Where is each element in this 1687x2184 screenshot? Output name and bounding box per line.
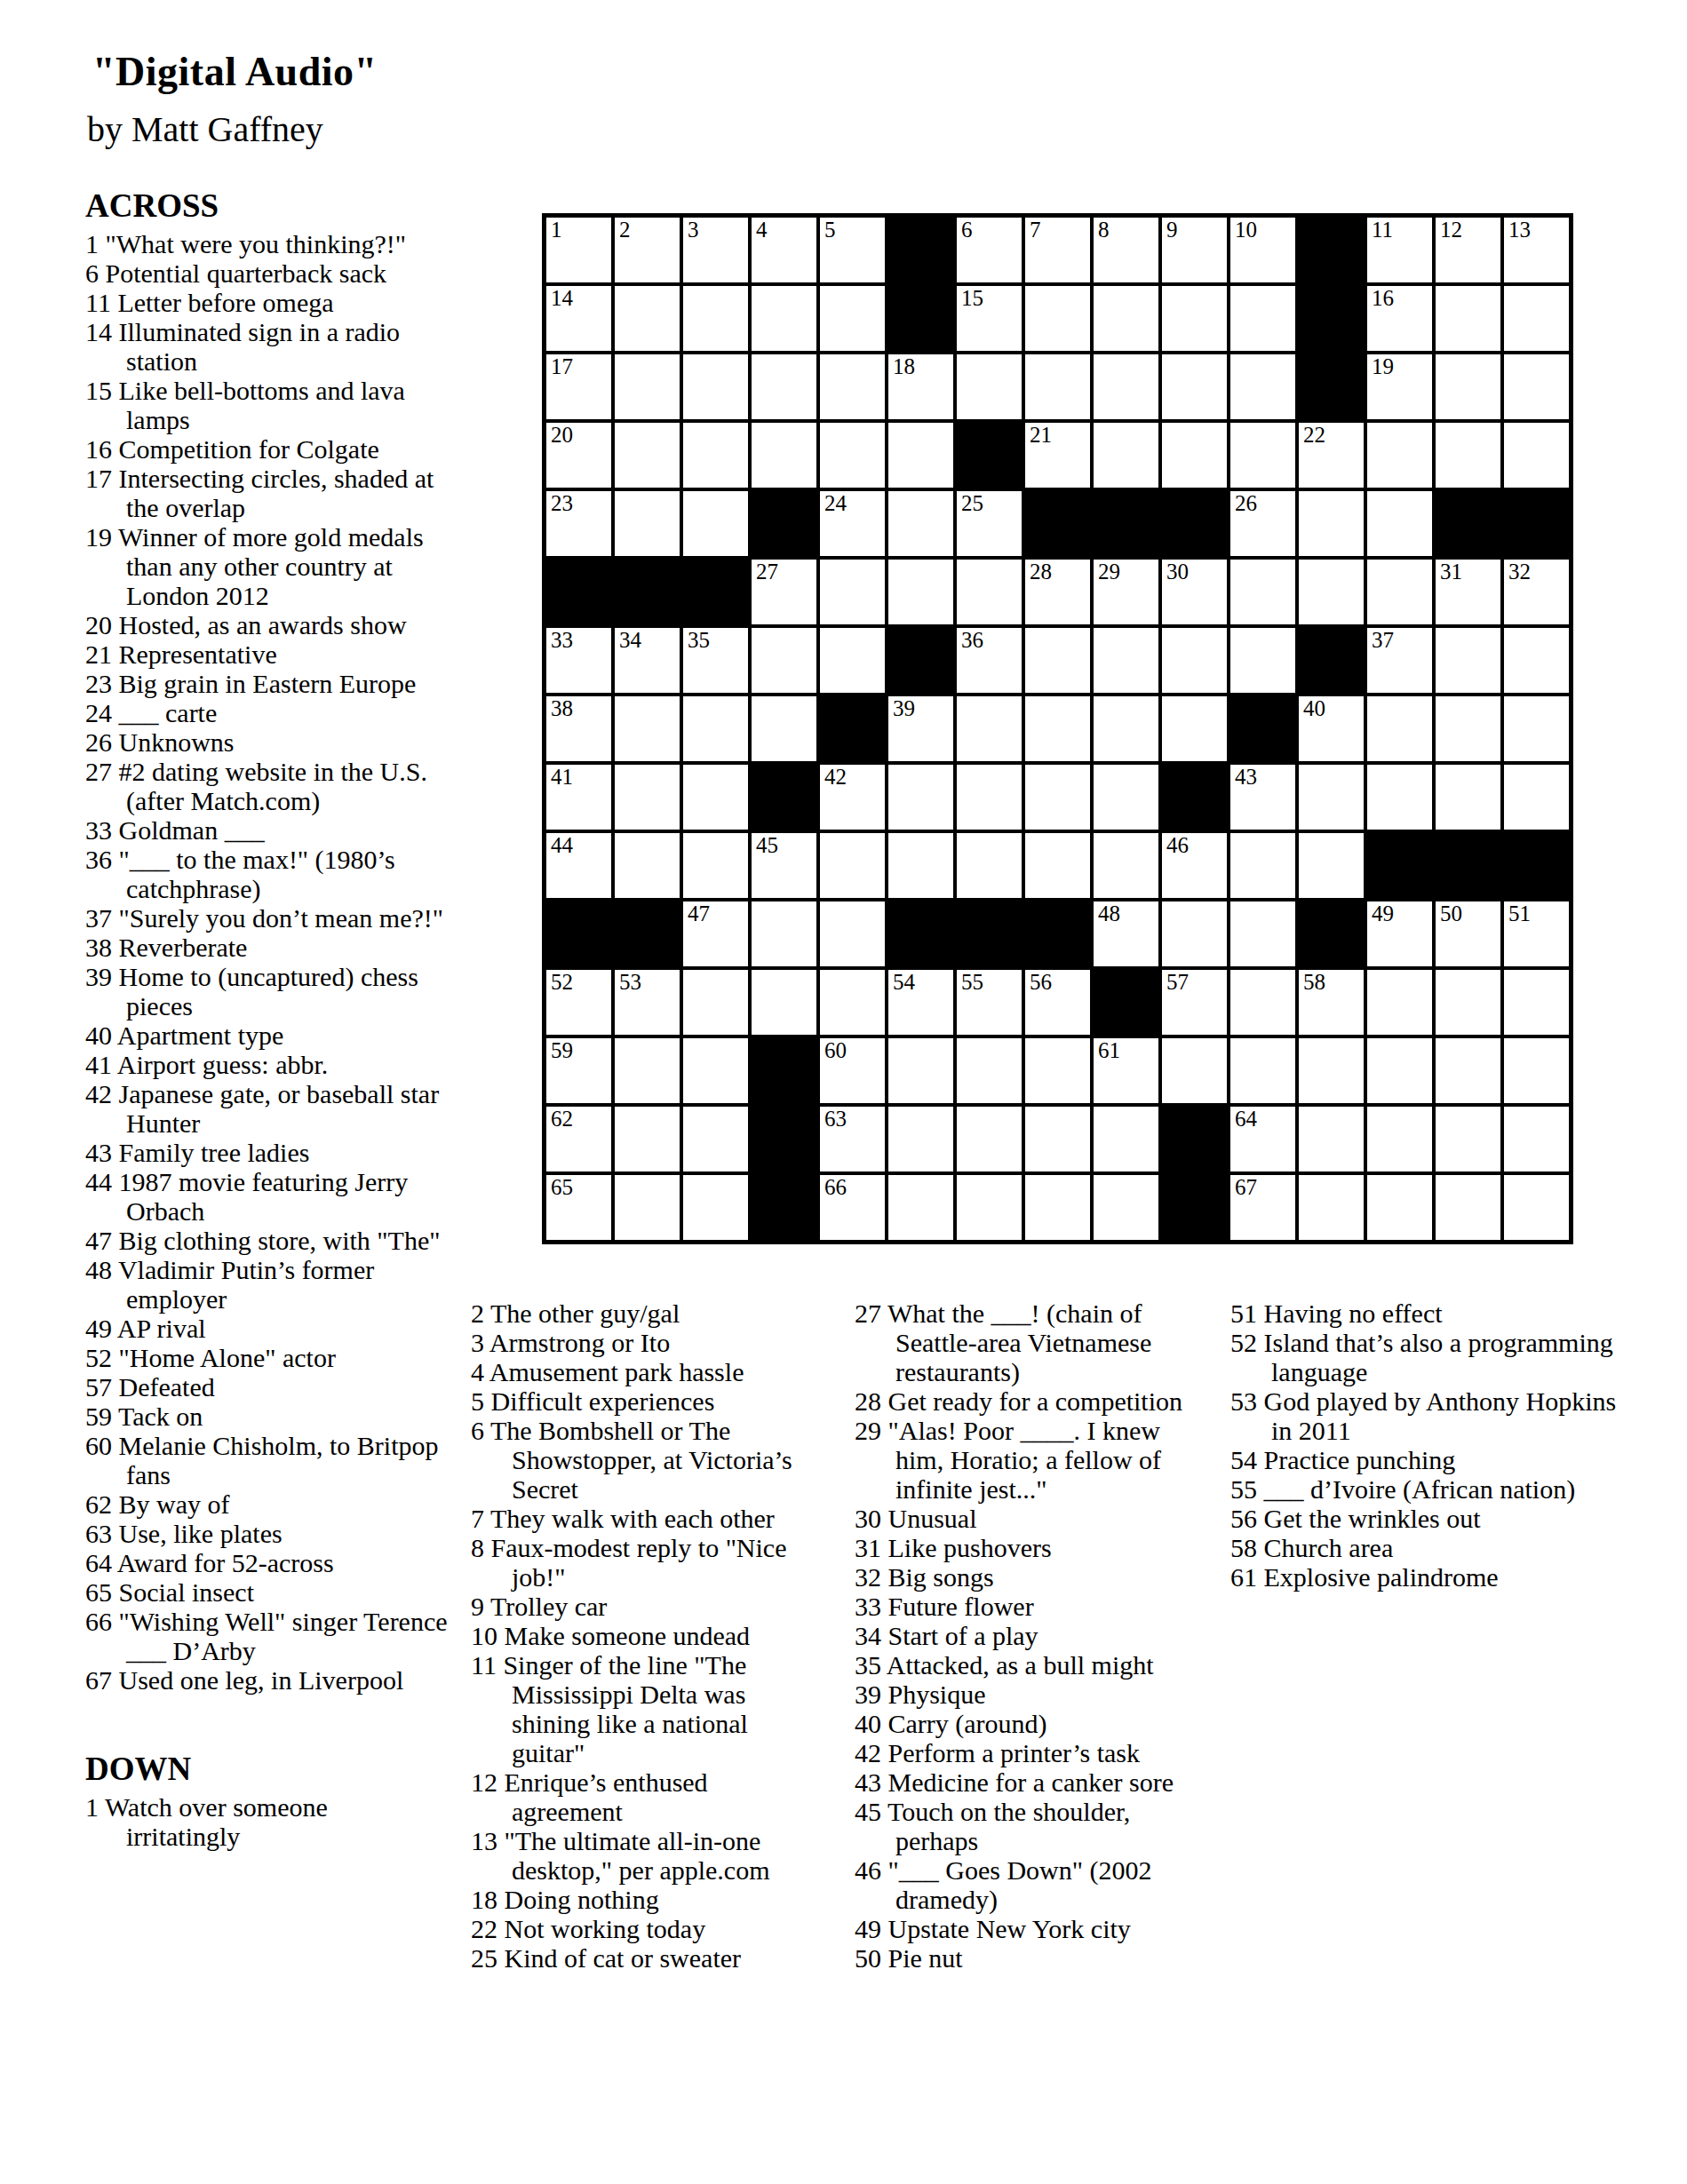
grid-cell-r2-c11[interactable] [1229,284,1297,353]
grid-cell-r7-c11[interactable] [1229,626,1297,695]
grid-cell-r13-c1[interactable]: 59 [545,1036,613,1105]
grid-cell-r12-c2[interactable]: 53 [613,968,681,1036]
cell-number: 2 [619,218,631,242]
grid-cell-r15-c9[interactable] [1092,1173,1160,1242]
grid-cell-r7-c4[interactable] [750,626,818,695]
grid-cell-r9-c6[interactable] [887,763,955,831]
cell-number: 3 [688,218,699,242]
grid-cell-r15-c13[interactable] [1365,1173,1434,1242]
grid-cell-r14-c10 [1160,1105,1229,1173]
grid-cell-r13-c8[interactable] [1023,1036,1092,1105]
grid-cell-r13-c14[interactable] [1434,1036,1502,1105]
grid-cell-r10-c5[interactable] [818,831,887,900]
clue-down-45: 45 Touch on the shoulder, perhaps [855,1797,1210,1855]
grid-cell-r10-c2[interactable] [613,831,681,900]
clue-across-43: 43 Family tree ladies [85,1138,448,1167]
grid-cell-r4-c12[interactable]: 22 [1297,421,1365,489]
grid-cell-r2-c14[interactable] [1434,284,1502,353]
grid-cell-r12-c3[interactable] [681,968,750,1036]
across-header: ACROSS [85,187,448,226]
grid-cell-r1-c5[interactable]: 5 [818,216,887,284]
grid-cell-r14-c4 [750,1105,818,1173]
grid-cell-r3-c3[interactable] [681,353,750,421]
grid-cell-r2-c1[interactable]: 14 [545,284,613,353]
grid-cell-r4-c1[interactable]: 20 [545,421,613,489]
cell-number: 21 [1030,424,1052,447]
across-clue-list: 1 "What were you thinking?!"6 Potential … [85,229,448,1695]
grid-cell-r2-c2[interactable] [613,284,681,353]
grid-cell-r2-c7[interactable]: 15 [955,284,1023,353]
grid-cell-r4-c5[interactable] [818,421,887,489]
cell-number: 20 [551,424,573,447]
grid-cell-r9-c10 [1160,763,1229,831]
grid-cell-r3-c9[interactable] [1092,353,1160,421]
grid-cell-r14-c1[interactable]: 62 [545,1105,613,1173]
grid-cell-r13-c5[interactable]: 60 [818,1036,887,1105]
grid-cell-r11-c15[interactable]: 51 [1502,900,1571,968]
cell-number: 28 [1030,560,1052,584]
grid-cell-r8-c1[interactable]: 38 [545,695,613,763]
grid-cell-r6-c2 [613,558,681,626]
cell-number: 32 [1508,560,1531,584]
grid-cell-r12-c5[interactable] [818,968,887,1036]
grid-cell-r4-c7 [955,421,1023,489]
grid-cell-r1-c14[interactable]: 12 [1434,216,1502,284]
grid-cell-r7-c13[interactable]: 37 [1365,626,1434,695]
grid-cell-r11-c9[interactable]: 48 [1092,900,1160,968]
grid-cell-r5-c11[interactable]: 26 [1229,489,1297,558]
grid-cell-r12-c10[interactable]: 57 [1160,968,1229,1036]
cell-number: 14 [551,287,573,310]
cell-number: 59 [551,1039,573,1062]
grid-cell-r10-c13 [1365,831,1434,900]
cell-number: 57 [1166,971,1189,994]
grid-cell-r9-c11[interactable]: 43 [1229,763,1297,831]
grid-cell-r4-c9[interactable] [1092,421,1160,489]
grid-cell-r12-c11[interactable] [1229,968,1297,1036]
cell-number: 62 [551,1108,573,1131]
grid-cell-r3-c15[interactable] [1502,353,1571,421]
grid-cell-r8-c7[interactable] [955,695,1023,763]
grid-cell-r2-c10[interactable] [1160,284,1229,353]
grid-cell-r3-c6[interactable]: 18 [887,353,955,421]
grid-cell-r8-c11 [1229,695,1297,763]
cell-number: 10 [1235,218,1257,242]
grid-cell-r13-c2[interactable] [613,1036,681,1105]
grid-cell-r5-c10 [1160,489,1229,558]
cell-number: 41 [551,766,573,789]
grid-cell-r10-c11[interactable] [1229,831,1297,900]
grid-cell-r7-c7[interactable]: 36 [955,626,1023,695]
grid-cell-r13-c13[interactable] [1365,1036,1434,1105]
grid-cell-r12-c14[interactable] [1434,968,1502,1036]
grid-cell-r12-c12[interactable]: 58 [1297,968,1365,1036]
grid-cell-r6-c4[interactable]: 27 [750,558,818,626]
down-clue-list-1: 1 Watch over someone irritatingly [85,1792,448,1851]
grid-cell-r9-c12[interactable] [1297,763,1365,831]
grid-cell-r8-c15[interactable] [1502,695,1571,763]
grid-cell-r1-c2[interactable]: 2 [613,216,681,284]
grid-cell-r6-c9[interactable]: 29 [1092,558,1160,626]
cell-number: 6 [961,218,973,242]
grid-cell-r11-c13[interactable]: 49 [1365,900,1434,968]
grid-cell-r7-c8[interactable] [1023,626,1092,695]
clue-across-24: 24 ___ carte [85,698,448,727]
cell-number: 63 [824,1108,847,1131]
grid-cell-r14-c2[interactable] [613,1105,681,1173]
grid-cell-r1-c13[interactable]: 11 [1365,216,1434,284]
grid-cell-r6-c12[interactable] [1297,558,1365,626]
grid-cell-r1-c9[interactable]: 8 [1092,216,1160,284]
grid-cell-r4-c14[interactable] [1434,421,1502,489]
clue-down-3: 3 Armstrong or Ito [471,1328,810,1357]
grid-cell-r11-c3[interactable]: 47 [681,900,750,968]
clue-down-1: 1 Watch over someone irritatingly [85,1792,448,1851]
grid-cell-r7-c3[interactable]: 35 [681,626,750,695]
clue-down-43: 43 Medicine for a canker sore [855,1767,1210,1797]
grid-cell-r14-c7[interactable] [955,1105,1023,1173]
clue-down-4: 4 Amusement park hassle [471,1357,810,1386]
clue-down-22: 22 Not working today [471,1914,810,1943]
cell-number: 42 [824,766,847,789]
clue-down-18: 18 Doing nothing [471,1885,810,1914]
cell-number: 58 [1303,971,1325,994]
grid-cell-r15-c12[interactable] [1297,1173,1365,1242]
clue-down-49: 49 Upstate New York city [855,1914,1210,1943]
clue-down-54: 54 Practice punching [1230,1445,1618,1474]
clue-across-37: 37 "Surely you don’t mean me?!" [85,903,448,933]
grid-cell-r11-c12 [1297,900,1365,968]
cell-number: 55 [961,971,983,994]
grid-cell-r4-c6[interactable] [887,421,955,489]
grid-cell-r11-c11[interactable] [1229,900,1297,968]
clue-down-9: 9 Trolley car [471,1592,810,1621]
clue-column-3: 27 What the ___! (chain of Seattle-area … [855,1298,1210,1973]
grid-cell-r1-c1[interactable]: 1 [545,216,613,284]
grid-cell-r4-c3[interactable] [681,421,750,489]
cell-number: 35 [688,629,710,652]
grid-cell-r3-c8[interactable] [1023,353,1092,421]
clue-across-59: 59 Tack on [85,1402,448,1431]
grid-cell-r12-c4[interactable] [750,968,818,1036]
puzzle-byline: by Matt Gaffney [87,108,323,150]
clue-down-33: 33 Future flower [855,1592,1210,1621]
cell-number: 48 [1098,902,1120,925]
cell-number: 30 [1166,560,1189,584]
grid-cell-r14-c8[interactable] [1023,1105,1092,1173]
cell-number: 67 [1235,1176,1257,1199]
grid-cell-r3-c4[interactable] [750,353,818,421]
grid-cell-r7-c5[interactable] [818,626,887,695]
grid-cell-r2-c9[interactable] [1092,284,1160,353]
grid-cell-r13-c4 [750,1036,818,1105]
clue-across-57: 57 Defeated [85,1372,448,1402]
cell-number: 56 [1030,971,1052,994]
clue-down-13: 13 "The ultimate all-in-one desktop," pe… [471,1826,810,1885]
clue-across-48: 48 Vladimir Putin’s former employer [85,1255,448,1314]
grid-cell-r14-c9[interactable] [1092,1105,1160,1173]
grid-cell-r3-c7[interactable] [955,353,1023,421]
grid-cell-r10-c8[interactable] [1023,831,1092,900]
grid-cell-r2-c3[interactable] [681,284,750,353]
grid-cell-r3-c10[interactable] [1160,353,1229,421]
grid-cell-r10-c1[interactable]: 44 [545,831,613,900]
grid-cell-r14-c11[interactable]: 64 [1229,1105,1297,1173]
grid-cell-r15-c15[interactable] [1502,1173,1571,1242]
grid-cell-r13-c12[interactable] [1297,1036,1365,1105]
cell-number: 37 [1372,629,1394,652]
grid-cell-r9-c8[interactable] [1023,763,1092,831]
grid-cell-r1-c7[interactable]: 6 [955,216,1023,284]
grid-cell-r6-c3 [681,558,750,626]
grid-cell-r2-c8[interactable] [1023,284,1092,353]
grid-cell-r4-c11[interactable] [1229,421,1297,489]
grid-cell-r2-c5[interactable] [818,284,887,353]
clue-down-61: 61 Explosive palindrome [1230,1562,1618,1592]
clue-down-58: 58 Church area [1230,1533,1618,1562]
grid-cell-r8-c12[interactable]: 40 [1297,695,1365,763]
grid-cell-r12-c15[interactable] [1502,968,1571,1036]
grid-cell-r12-c13[interactable] [1365,968,1434,1036]
grid-cell-r11-c8 [1023,900,1092,968]
grid-cell-r12-c7[interactable]: 55 [955,968,1023,1036]
grid-cell-r14-c5[interactable]: 63 [818,1105,887,1173]
clue-across-33: 33 Goldman ___ [85,815,448,845]
grid-cell-r8-c2[interactable] [613,695,681,763]
grid-cell-r12-c8[interactable]: 56 [1023,968,1092,1036]
grid-cell-r14-c3[interactable] [681,1105,750,1173]
grid-cell-r11-c7 [955,900,1023,968]
grid-cell-r6-c7[interactable] [955,558,1023,626]
grid-cell-r13-c10[interactable] [1160,1036,1229,1105]
grid-cell-r7-c1[interactable]: 33 [545,626,613,695]
grid-cell-r3-c1[interactable]: 17 [545,353,613,421]
clue-down-50: 50 Pie nut [855,1943,1210,1973]
cell-number: 66 [824,1176,847,1199]
grid-cell-r14-c6[interactable] [887,1105,955,1173]
cell-number: 46 [1166,834,1189,857]
clue-across-39: 39 Home to (uncaptured) chess pieces [85,962,448,1021]
cell-number: 19 [1372,355,1394,378]
grid-cell-r5-c2[interactable] [613,489,681,558]
grid-cell-r9-c15[interactable] [1502,763,1571,831]
grid-cell-r5-c4 [750,489,818,558]
clue-down-46: 46 "___ Goes Down" (2002 dramedy) [855,1855,1210,1914]
grid-cell-r8-c6[interactable]: 39 [887,695,955,763]
grid-cell-r4-c15[interactable] [1502,421,1571,489]
grid-cell-r2-c4[interactable] [750,284,818,353]
grid-cell-r13-c6[interactable] [887,1036,955,1105]
grid-cell-r3-c12 [1297,353,1365,421]
grid-cell-r8-c13[interactable] [1365,695,1434,763]
clue-down-52: 52 Island that’s also a programming lang… [1230,1328,1618,1386]
clue-down-8: 8 Faux-modest reply to "Nice job!" [471,1533,810,1592]
grid-cell-r5-c6[interactable] [887,489,955,558]
grid-cell-r15-c5[interactable]: 66 [818,1173,887,1242]
grid-cell-r5-c8 [1023,489,1092,558]
cell-number: 24 [824,492,847,515]
cell-number: 12 [1440,218,1462,242]
clue-down-12: 12 Enrique’s enthused agreement [471,1767,810,1826]
cell-number: 16 [1372,287,1394,310]
clue-across-26: 26 Unknowns [85,727,448,757]
clue-across-38: 38 Reverberate [85,933,448,962]
grid-cell-r6-c8[interactable]: 28 [1023,558,1092,626]
grid-cell-r15-c8[interactable] [1023,1173,1092,1242]
puzzle-title: "Digital Audio" [92,48,378,95]
grid-cell-r3-c14[interactable] [1434,353,1502,421]
grid-cell-r10-c9[interactable] [1092,831,1160,900]
grid-cell-r1-c4[interactable]: 4 [750,216,818,284]
grid-cell-r13-c11[interactable] [1229,1036,1297,1105]
grid-cell-r10-c14 [1434,831,1502,900]
down-header: DOWN [85,1750,448,1789]
grid-cell-r7-c2[interactable]: 34 [613,626,681,695]
grid-cell-r4-c4[interactable] [750,421,818,489]
grid-cell-r7-c15[interactable] [1502,626,1571,695]
clue-down-11: 11 Singer of the line "The Mississippi D… [471,1650,810,1767]
grid-cell-r15-c11[interactable]: 67 [1229,1173,1297,1242]
grid-cell-r4-c2[interactable] [613,421,681,489]
grid-cell-r15-c7[interactable] [955,1173,1023,1242]
clue-down-56: 56 Get the wrinkles out [1230,1504,1618,1533]
cell-number: 8 [1098,218,1110,242]
grid-cell-r13-c3[interactable] [681,1036,750,1105]
grid-cell-r10-c6[interactable] [887,831,955,900]
clue-across-16: 16 Competition for Colgate [85,434,448,464]
grid-cell-r13-c15[interactable] [1502,1036,1571,1105]
grid-cell-r11-c5[interactable] [818,900,887,968]
grid-cell-r11-c14[interactable]: 50 [1434,900,1502,968]
grid-cell-r13-c7[interactable] [955,1036,1023,1105]
grid-cell-r8-c3[interactable] [681,695,750,763]
grid-cell-r3-c11[interactable] [1229,353,1297,421]
clue-column-4: 51 Having no effect52 Island that’s also… [1230,1298,1618,1592]
grid-cell-r13-c9[interactable]: 61 [1092,1036,1160,1105]
grid-cell-r8-c10[interactable] [1160,695,1229,763]
grid-cell-r8-c14[interactable] [1434,695,1502,763]
clue-across-23: 23 Big grain in Eastern Europe [85,669,448,698]
clue-across-27: 27 #2 dating website in the U.S. (after … [85,757,448,815]
clue-down-42: 42 Perform a printer’s task [855,1738,1210,1767]
cell-number: 25 [961,492,983,515]
grid-cell-r6-c14[interactable]: 31 [1434,558,1502,626]
grid-cell-r15-c14[interactable] [1434,1173,1502,1242]
grid-cell-r7-c6 [887,626,955,695]
grid-cell-r1-c8[interactable]: 7 [1023,216,1092,284]
grid-cell-r1-c6 [887,216,955,284]
grid-cell-r14-c14[interactable] [1434,1105,1502,1173]
grid-cell-r6-c10[interactable]: 30 [1160,558,1229,626]
grid-cell-r9-c1[interactable]: 41 [545,763,613,831]
grid-cell-r11-c10[interactable] [1160,900,1229,968]
grid-cell-r2-c12 [1297,284,1365,353]
grid-cell-r1-c11[interactable]: 10 [1229,216,1297,284]
grid-cell-r2-c13[interactable]: 16 [1365,284,1434,353]
grid-cell-r14-c15[interactable] [1502,1105,1571,1173]
grid-cell-r6-c11[interactable] [1229,558,1297,626]
grid-cell-r3-c5[interactable] [818,353,887,421]
clue-across-52: 52 "Home Alone" actor [85,1343,448,1372]
grid-cell-r7-c10[interactable] [1160,626,1229,695]
grid-cell-r15-c1[interactable]: 65 [545,1173,613,1242]
cell-number: 9 [1166,218,1178,242]
grid-cell-r1-c10[interactable]: 9 [1160,216,1229,284]
grid-cell-r8-c8[interactable] [1023,695,1092,763]
grid-cell-r9-c7[interactable] [955,763,1023,831]
grid-cell-r9-c9[interactable] [1092,763,1160,831]
grid-cell-r6-c6[interactable] [887,558,955,626]
grid-cell-r12-c1[interactable]: 52 [545,968,613,1036]
cell-number: 1 [551,218,562,242]
grid-cell-r10-c7[interactable] [955,831,1023,900]
grid-cell-r9-c4 [750,763,818,831]
grid-cell-r7-c9[interactable] [1092,626,1160,695]
grid-cell-r15-c6[interactable] [887,1173,955,1242]
clue-across-49: 49 AP rival [85,1314,448,1343]
grid-cell-r8-c9[interactable] [1092,695,1160,763]
clue-across-47: 47 Big clothing store, with "The" [85,1226,448,1255]
grid-cell-r11-c1 [545,900,613,968]
grid-cell-r7-c14[interactable] [1434,626,1502,695]
grid-cell-r5-c5[interactable]: 24 [818,489,887,558]
clue-down-55: 55 ___ d’Ivoire (African nation) [1230,1474,1618,1504]
grid-cell-r10-c12[interactable] [1297,831,1365,900]
grid-cell-r10-c3[interactable] [681,831,750,900]
grid-cell-r6-c15[interactable]: 32 [1502,558,1571,626]
clue-down-25: 25 Kind of cat or sweater [471,1943,810,1973]
grid-cell-r12-c6[interactable]: 54 [887,968,955,1036]
grid-cell-r3-c13[interactable]: 19 [1365,353,1434,421]
grid-cell-r6-c13[interactable] [1365,558,1434,626]
grid-cell-r10-c4[interactable]: 45 [750,831,818,900]
grid-cell-r5-c3[interactable] [681,489,750,558]
grid-cell-r9-c2[interactable] [613,763,681,831]
grid-cell-r15-c10 [1160,1173,1229,1242]
grid-cell-r9-c13[interactable] [1365,763,1434,831]
cell-number: 64 [1235,1108,1257,1131]
grid-cell-r14-c13[interactable] [1365,1105,1434,1173]
grid-cell-r5-c7[interactable]: 25 [955,489,1023,558]
grid-cell-r4-c10[interactable] [1160,421,1229,489]
grid-cell-r9-c14[interactable] [1434,763,1502,831]
grid-cell-r14-c12[interactable] [1297,1105,1365,1173]
grid-cell-r9-c3[interactable] [681,763,750,831]
grid-cell-r1-c15[interactable]: 13 [1502,216,1571,284]
grid-cell-r15-c2[interactable] [613,1173,681,1242]
grid-cell-r4-c8[interactable]: 21 [1023,421,1092,489]
grid-cell-r1-c3[interactable]: 3 [681,216,750,284]
clue-down-39: 39 Physique [855,1680,1210,1709]
clue-across-64: 64 Award for 52-across [85,1548,448,1577]
grid-cell-r11-c4[interactable] [750,900,818,968]
grid-cell-r8-c4[interactable] [750,695,818,763]
grid-cell-r6-c5[interactable] [818,558,887,626]
grid-cell-r10-c15 [1502,831,1571,900]
grid-cell-r3-c2[interactable] [613,353,681,421]
grid-cell-r9-c5[interactable]: 42 [818,763,887,831]
grid-cell-r5-c12[interactable] [1297,489,1365,558]
grid-cell-r10-c10[interactable]: 46 [1160,831,1229,900]
clue-across-66: 66 "Wishing Well" singer Terence ___ D’A… [85,1607,448,1665]
grid-cell-r4-c13[interactable] [1365,421,1434,489]
grid-cell-r2-c15[interactable] [1502,284,1571,353]
grid-cell-r5-c1[interactable]: 23 [545,489,613,558]
cell-number: 36 [961,629,983,652]
cell-number: 51 [1508,902,1531,925]
grid-cell-r15-c3[interactable] [681,1173,750,1242]
grid-cell-r5-c13[interactable] [1365,489,1434,558]
